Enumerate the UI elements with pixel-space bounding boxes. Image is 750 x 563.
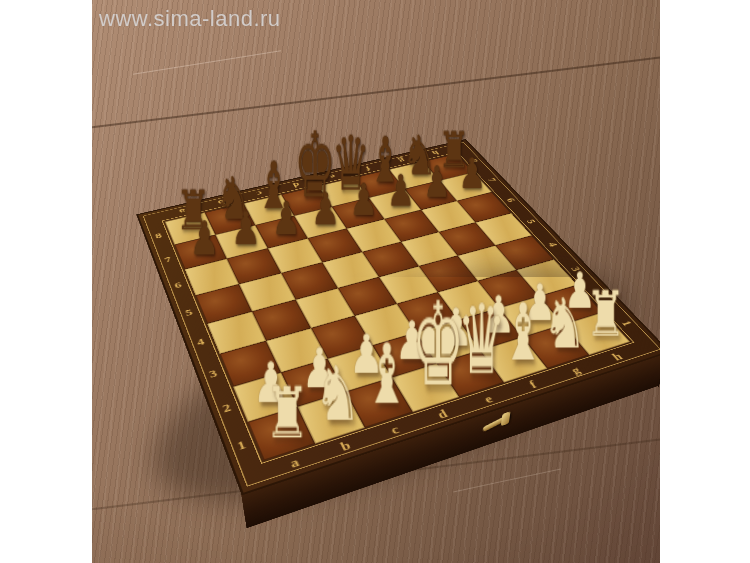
square-e7: ♟: [332, 198, 384, 229]
site-watermark: www.sima-land.ru: [99, 6, 281, 32]
dark-pawn-g7: ♟: [419, 162, 455, 203]
square-a5: [195, 284, 252, 324]
file-label-top-a: a: [160, 201, 205, 222]
file-label-top-h: h: [415, 144, 457, 161]
rank-label-right-4: 4: [528, 233, 576, 256]
square-e5: [362, 242, 419, 277]
dark-pawn-b7: ♟: [227, 207, 265, 251]
square-b8: ♞: [205, 203, 256, 234]
square-f6: [384, 210, 438, 242]
dark-bishop-f8: ♝: [368, 132, 401, 191]
dark-knight-g8: ♞: [402, 130, 437, 182]
file-label-top-d: d: [275, 175, 318, 194]
dark-pawn-f7: ♟: [383, 170, 419, 211]
dark-bishop-c8: ♝: [256, 156, 290, 217]
square-f8: ♝: [354, 169, 405, 197]
file-label-top-g: g: [381, 152, 423, 170]
square-a7: ♟: [174, 235, 226, 269]
dark-pawn-a7: ♟: [185, 216, 224, 260]
dark-queen-e8: ♛: [332, 128, 366, 200]
rank-label-right-7: 7: [470, 170, 514, 189]
product-photo: abcdefgh8♜♞♝♚♛♝♞♜87♟♟♟♟♟♟♟♟7665544332♟♟♟…: [92, 0, 660, 563]
dark-pawn-c7: ♟: [267, 197, 305, 240]
page: abcdefgh8♜♞♝♚♛♝♞♜87♟♟♟♟♟♟♟♟7665544332♟♟♟…: [0, 0, 750, 563]
scene: abcdefgh8♜♞♝♚♛♝♞♜87♟♟♟♟♟♟♟♟7665544332♟♟♟…: [92, 0, 660, 563]
square-c6: [268, 238, 322, 273]
file-label-top-f: f: [346, 159, 389, 177]
square-e8: ♛: [318, 178, 369, 207]
square-h5: [476, 213, 532, 245]
square-a8: ♜: [165, 213, 216, 245]
dark-rook-h8: ♜: [436, 127, 472, 174]
dark-rook-a8: ♜: [174, 185, 214, 236]
square-g5: [439, 222, 495, 255]
square-c7: ♟: [255, 216, 307, 249]
rank-label-right-5: 5: [508, 211, 555, 233]
square-h6: [457, 192, 511, 222]
square-h4: [495, 235, 554, 270]
square-h8: ♜: [423, 154, 473, 181]
square-b6: [227, 248, 281, 284]
square-g6: [421, 201, 475, 232]
file-label-top-c: c: [237, 184, 281, 204]
square-e6: [347, 219, 401, 252]
square-f5: [401, 232, 458, 266]
square-c5: [281, 262, 338, 299]
rank-label-left-7: 7: [152, 245, 185, 275]
dark-pawn-d7: ♟: [307, 188, 344, 230]
square-b7: ♟: [215, 225, 267, 258]
file-label-top-e: e: [311, 167, 354, 186]
square-d6: [308, 229, 362, 263]
file-label-top-b: b: [199, 192, 243, 212]
square-h7: ♟: [440, 172, 492, 201]
square-f7: ♟: [369, 189, 421, 219]
frame-corner: [138, 210, 165, 227]
dark-king-d8: ♚: [294, 123, 328, 208]
brass-clasp: [482, 407, 519, 436]
rank-label-left-8: 8: [143, 222, 175, 250]
frame-corner: [447, 140, 474, 154]
rank-label-right-1: 1: [600, 309, 654, 337]
rank-label-right-8: 8: [453, 152, 496, 170]
square-d8: ♚: [281, 186, 332, 216]
rank-label-right-6: 6: [488, 190, 533, 210]
square-d7: ♟: [294, 207, 346, 239]
dark-pawn-h7: ♟: [454, 154, 489, 194]
dark-pawn-e7: ♟: [345, 179, 382, 221]
square-g8: ♞: [389, 162, 440, 190]
square-c8: ♝: [244, 195, 295, 226]
brass-clasp-pin: [501, 411, 511, 426]
square-g7: ♟: [405, 181, 457, 210]
dark-knight-b8: ♞: [215, 172, 253, 227]
